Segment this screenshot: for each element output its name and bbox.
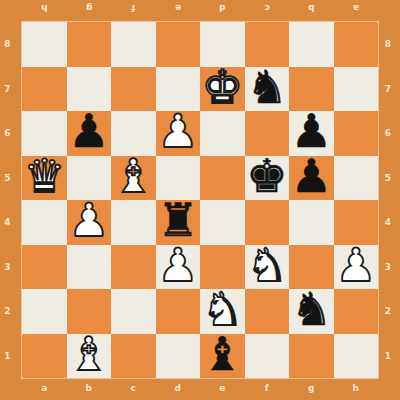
rank-labels-right: 87654321 [378,22,398,378]
white-knight[interactable]: ♞ [202,287,243,331]
black-knight[interactable]: ♞ [291,287,332,331]
square-f5[interactable]: ♚ [245,156,290,201]
square-c2[interactable] [111,289,156,334]
rank-label: 4 [0,200,15,245]
rank-label: 8 [0,22,15,67]
rank-label: 4 [378,200,398,245]
rank-label: 6 [0,111,15,156]
rank-label: 6 [378,111,398,156]
chess-board-frame: hgfedcba abcdefgh 87654321 87654321 ♚♞♟♟… [0,0,400,400]
square-b1[interactable]: ♝ [67,334,112,379]
square-g2[interactable]: ♞ [289,289,334,334]
rank-label: 7 [0,67,15,112]
file-label: a [22,377,67,398]
file-label: c [111,377,156,398]
rank-label: 2 [0,289,15,334]
rank-label: 7 [378,67,398,112]
square-d2[interactable] [156,289,201,334]
file-label: h [334,377,379,398]
square-h2[interactable] [334,289,379,334]
white-queen[interactable]: ♛ [24,154,65,198]
rank-label: 5 [0,156,15,201]
square-h1[interactable] [334,334,379,379]
square-g1[interactable] [289,334,334,379]
square-f7[interactable]: ♞ [245,67,290,112]
black-knight[interactable]: ♞ [246,65,287,109]
square-b4[interactable]: ♟ [67,200,112,245]
white-bishop[interactable]: ♝ [113,154,154,198]
file-label: d [156,377,201,398]
square-f1[interactable] [245,334,290,379]
white-pawn[interactable]: ♟ [157,109,198,153]
file-label: c [245,0,290,16]
square-d8[interactable] [156,22,201,67]
rank-label: 1 [0,334,15,379]
rank-label: 3 [378,245,398,290]
square-f3[interactable]: ♞ [245,245,290,290]
rank-label: 5 [378,156,398,201]
file-label: g [289,377,334,398]
square-d3[interactable]: ♟ [156,245,201,290]
white-pawn[interactable]: ♟ [335,243,376,287]
white-knight[interactable]: ♞ [246,243,287,287]
file-label: h [22,0,67,16]
black-pawn[interactable]: ♟ [291,154,332,198]
square-h7[interactable] [334,67,379,112]
square-g8[interactable] [289,22,334,67]
square-c5[interactable]: ♝ [111,156,156,201]
square-e7[interactable]: ♚ [200,67,245,112]
rank-label: 1 [378,334,398,379]
file-label: g [67,0,112,16]
square-e4[interactable] [200,200,245,245]
square-e6[interactable] [200,111,245,156]
file-labels-top: hgfedcba [22,0,378,16]
black-pawn[interactable]: ♟ [68,109,109,153]
file-label: f [111,0,156,16]
rank-label: 8 [378,22,398,67]
square-d6[interactable]: ♟ [156,111,201,156]
file-label: f [245,377,290,398]
file-label: e [156,0,201,16]
square-h6[interactable] [334,111,379,156]
square-b8[interactable] [67,22,112,67]
square-a4[interactable] [22,200,67,245]
file-label: d [200,0,245,16]
square-a1[interactable] [22,334,67,379]
rank-labels-left: 87654321 [0,22,15,378]
square-d1[interactable] [156,334,201,379]
file-label: b [289,0,334,16]
file-label: a [334,0,379,16]
square-a5[interactable]: ♛ [22,156,67,201]
square-c4[interactable] [111,200,156,245]
white-pawn[interactable]: ♟ [68,198,109,242]
white-bishop[interactable]: ♝ [68,332,109,376]
square-e1[interactable]: ♝ [200,334,245,379]
rank-label: 2 [378,289,398,334]
square-e5[interactable] [200,156,245,201]
white-king[interactable]: ♚ [202,65,243,109]
rank-label: 3 [0,245,15,290]
white-pawn[interactable]: ♟ [157,243,198,287]
black-king[interactable]: ♚ [246,154,287,198]
black-rook[interactable]: ♜ [157,198,198,242]
square-h3[interactable]: ♟ [334,245,379,290]
square-c7[interactable] [111,67,156,112]
square-a8[interactable] [22,22,67,67]
square-c8[interactable] [111,22,156,67]
square-g5[interactable]: ♟ [289,156,334,201]
square-b6[interactable]: ♟ [67,111,112,156]
chess-board: ♚♞♟♟♟♛♝♚♟♟♜♟♞♟♞♞♝♝ [22,22,378,378]
square-a7[interactable] [22,67,67,112]
square-h5[interactable] [334,156,379,201]
square-g4[interactable] [289,200,334,245]
square-a2[interactable] [22,289,67,334]
square-f2[interactable] [245,289,290,334]
square-h8[interactable] [334,22,379,67]
square-b3[interactable] [67,245,112,290]
square-c1[interactable] [111,334,156,379]
black-pawn[interactable]: ♟ [291,109,332,153]
square-a3[interactable] [22,245,67,290]
square-c3[interactable] [111,245,156,290]
black-bishop[interactable]: ♝ [202,332,243,376]
